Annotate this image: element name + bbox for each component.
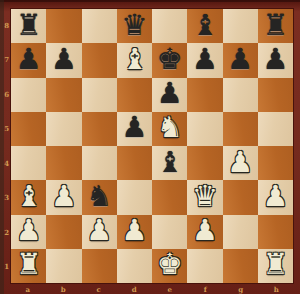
square-h5[interactable] — [258, 112, 293, 146]
rank-label-1: 1 — [0, 250, 10, 285]
square-f2[interactable]: ♟ — [187, 215, 222, 249]
square-b1[interactable] — [46, 249, 81, 283]
file-coordinates: abcdefgh — [10, 284, 294, 294]
square-d5[interactable]: ♟ — [117, 112, 152, 146]
black-queen-d8[interactable]: ♛ — [121, 11, 147, 40]
square-d6[interactable] — [117, 78, 152, 112]
file-label-h: h — [259, 284, 295, 294]
square-b8[interactable] — [46, 9, 81, 43]
square-a1[interactable]: ♜ — [11, 249, 46, 283]
square-c3[interactable]: ♞ — [82, 180, 117, 214]
white-pawn-d2[interactable]: ♟ — [121, 216, 147, 245]
file-label-e: e — [152, 284, 188, 294]
square-e2[interactable] — [152, 215, 187, 249]
square-g2[interactable] — [223, 215, 258, 249]
white-knight-e5[interactable]: ♞ — [157, 113, 183, 142]
square-h1[interactable]: ♜ — [258, 249, 293, 283]
square-c8[interactable] — [82, 9, 117, 43]
square-a3[interactable]: ♝ — [11, 180, 46, 214]
square-b6[interactable] — [46, 78, 81, 112]
square-d7[interactable]: ♝ — [117, 43, 152, 77]
square-d2[interactable]: ♟ — [117, 215, 152, 249]
file-label-b: b — [46, 284, 82, 294]
file-label-a: a — [10, 284, 46, 294]
file-label-g: g — [223, 284, 259, 294]
rank-label-6: 6 — [0, 77, 10, 112]
square-a5[interactable] — [11, 112, 46, 146]
white-pawn-g4[interactable]: ♟ — [227, 148, 253, 177]
rank-coordinates: 87654321 — [0, 8, 10, 284]
square-f3[interactable]: ♛ — [187, 180, 222, 214]
white-queen-f3[interactable]: ♛ — [192, 182, 218, 211]
black-rook-h8[interactable]: ♜ — [262, 11, 288, 40]
square-e1[interactable]: ♚ — [152, 249, 187, 283]
square-b4[interactable] — [46, 146, 81, 180]
white-rook-h1[interactable]: ♜ — [262, 250, 288, 279]
rank-label-4: 4 — [0, 146, 10, 181]
white-pawn-f2[interactable]: ♟ — [192, 216, 218, 245]
white-pawn-h3[interactable]: ♟ — [262, 182, 288, 211]
square-b3[interactable]: ♟ — [46, 180, 81, 214]
square-g8[interactable] — [223, 9, 258, 43]
black-bishop-e4[interactable]: ♝ — [157, 148, 183, 177]
white-king-e1[interactable]: ♚ — [157, 250, 183, 279]
black-bishop-f8[interactable]: ♝ — [192, 11, 218, 40]
square-c7[interactable] — [82, 43, 117, 77]
rank-label-8: 8 — [0, 8, 10, 43]
rank-label-7: 7 — [0, 43, 10, 78]
square-f1[interactable] — [187, 249, 222, 283]
square-h2[interactable] — [258, 215, 293, 249]
square-a4[interactable] — [11, 146, 46, 180]
square-e5[interactable]: ♞ — [152, 112, 187, 146]
square-a2[interactable]: ♟ — [11, 215, 46, 249]
square-a7[interactable]: ♟ — [11, 43, 46, 77]
square-c2[interactable]: ♟ — [82, 215, 117, 249]
square-c6[interactable] — [82, 78, 117, 112]
white-rook-a1[interactable]: ♜ — [16, 250, 42, 279]
square-g7[interactable]: ♟ — [223, 43, 258, 77]
black-pawn-h7[interactable]: ♟ — [262, 45, 288, 74]
white-bishop-a3[interactable]: ♝ — [16, 182, 42, 211]
square-g4[interactable]: ♟ — [223, 146, 258, 180]
square-f5[interactable] — [187, 112, 222, 146]
square-a8[interactable]: ♜ — [11, 9, 46, 43]
square-e7[interactable]: ♚ — [152, 43, 187, 77]
square-g1[interactable] — [223, 249, 258, 283]
rank-label-5: 5 — [0, 112, 10, 147]
black-king-e7[interactable]: ♚ — [157, 45, 183, 74]
square-c1[interactable] — [82, 249, 117, 283]
square-c4[interactable] — [82, 146, 117, 180]
file-label-f: f — [188, 284, 224, 294]
square-d8[interactable]: ♛ — [117, 9, 152, 43]
square-g5[interactable] — [223, 112, 258, 146]
square-h7[interactable]: ♟ — [258, 43, 293, 77]
white-bishop-d7[interactable]: ♝ — [121, 45, 147, 74]
white-pawn-a2[interactable]: ♟ — [16, 216, 42, 245]
black-pawn-g7[interactable]: ♟ — [227, 45, 253, 74]
square-f6[interactable] — [187, 78, 222, 112]
rank-label-2: 2 — [0, 215, 10, 250]
square-f7[interactable]: ♟ — [187, 43, 222, 77]
square-h6[interactable] — [258, 78, 293, 112]
black-pawn-b7[interactable]: ♟ — [51, 45, 77, 74]
square-h4[interactable] — [258, 146, 293, 180]
chess-board: ♜♛♝♜♟♟♝♚♟♟♟♟♟♞♝♟♝♟♞♛♟♟♟♟♟♜♚♜ — [10, 8, 294, 284]
square-e6[interactable]: ♟ — [152, 78, 187, 112]
square-h8[interactable]: ♜ — [258, 9, 293, 43]
white-pawn-b3[interactable]: ♟ — [51, 182, 77, 211]
square-b7[interactable]: ♟ — [46, 43, 81, 77]
square-a6[interactable] — [11, 78, 46, 112]
black-pawn-f7[interactable]: ♟ — [192, 45, 218, 74]
square-d1[interactable] — [117, 249, 152, 283]
black-pawn-d5[interactable]: ♟ — [121, 113, 147, 142]
square-e3[interactable] — [152, 180, 187, 214]
file-label-c: c — [81, 284, 117, 294]
file-label-d: d — [117, 284, 153, 294]
square-d3[interactable] — [117, 180, 152, 214]
square-e4[interactable]: ♝ — [152, 146, 187, 180]
square-b5[interactable] — [46, 112, 81, 146]
square-b2[interactable] — [46, 215, 81, 249]
rank-label-3: 3 — [0, 181, 10, 216]
square-f8[interactable]: ♝ — [187, 9, 222, 43]
square-g6[interactable] — [223, 78, 258, 112]
square-f4[interactable] — [187, 146, 222, 180]
square-d4[interactable] — [117, 146, 152, 180]
black-knight-c3[interactable]: ♞ — [86, 182, 112, 211]
black-rook-a8[interactable]: ♜ — [16, 11, 42, 40]
square-c5[interactable] — [82, 112, 117, 146]
black-pawn-e6[interactable]: ♟ — [157, 79, 183, 108]
white-pawn-c2[interactable]: ♟ — [86, 216, 112, 245]
square-h3[interactable]: ♟ — [258, 180, 293, 214]
black-pawn-a7[interactable]: ♟ — [16, 45, 42, 74]
square-e8[interactable] — [152, 9, 187, 43]
square-g3[interactable] — [223, 180, 258, 214]
chess-board-frame: 87654321 ♜♛♝♜♟♟♝♚♟♟♟♟♟♞♝♟♝♟♞♛♟♟♟♟♟♜♚♜ ab… — [0, 0, 300, 294]
